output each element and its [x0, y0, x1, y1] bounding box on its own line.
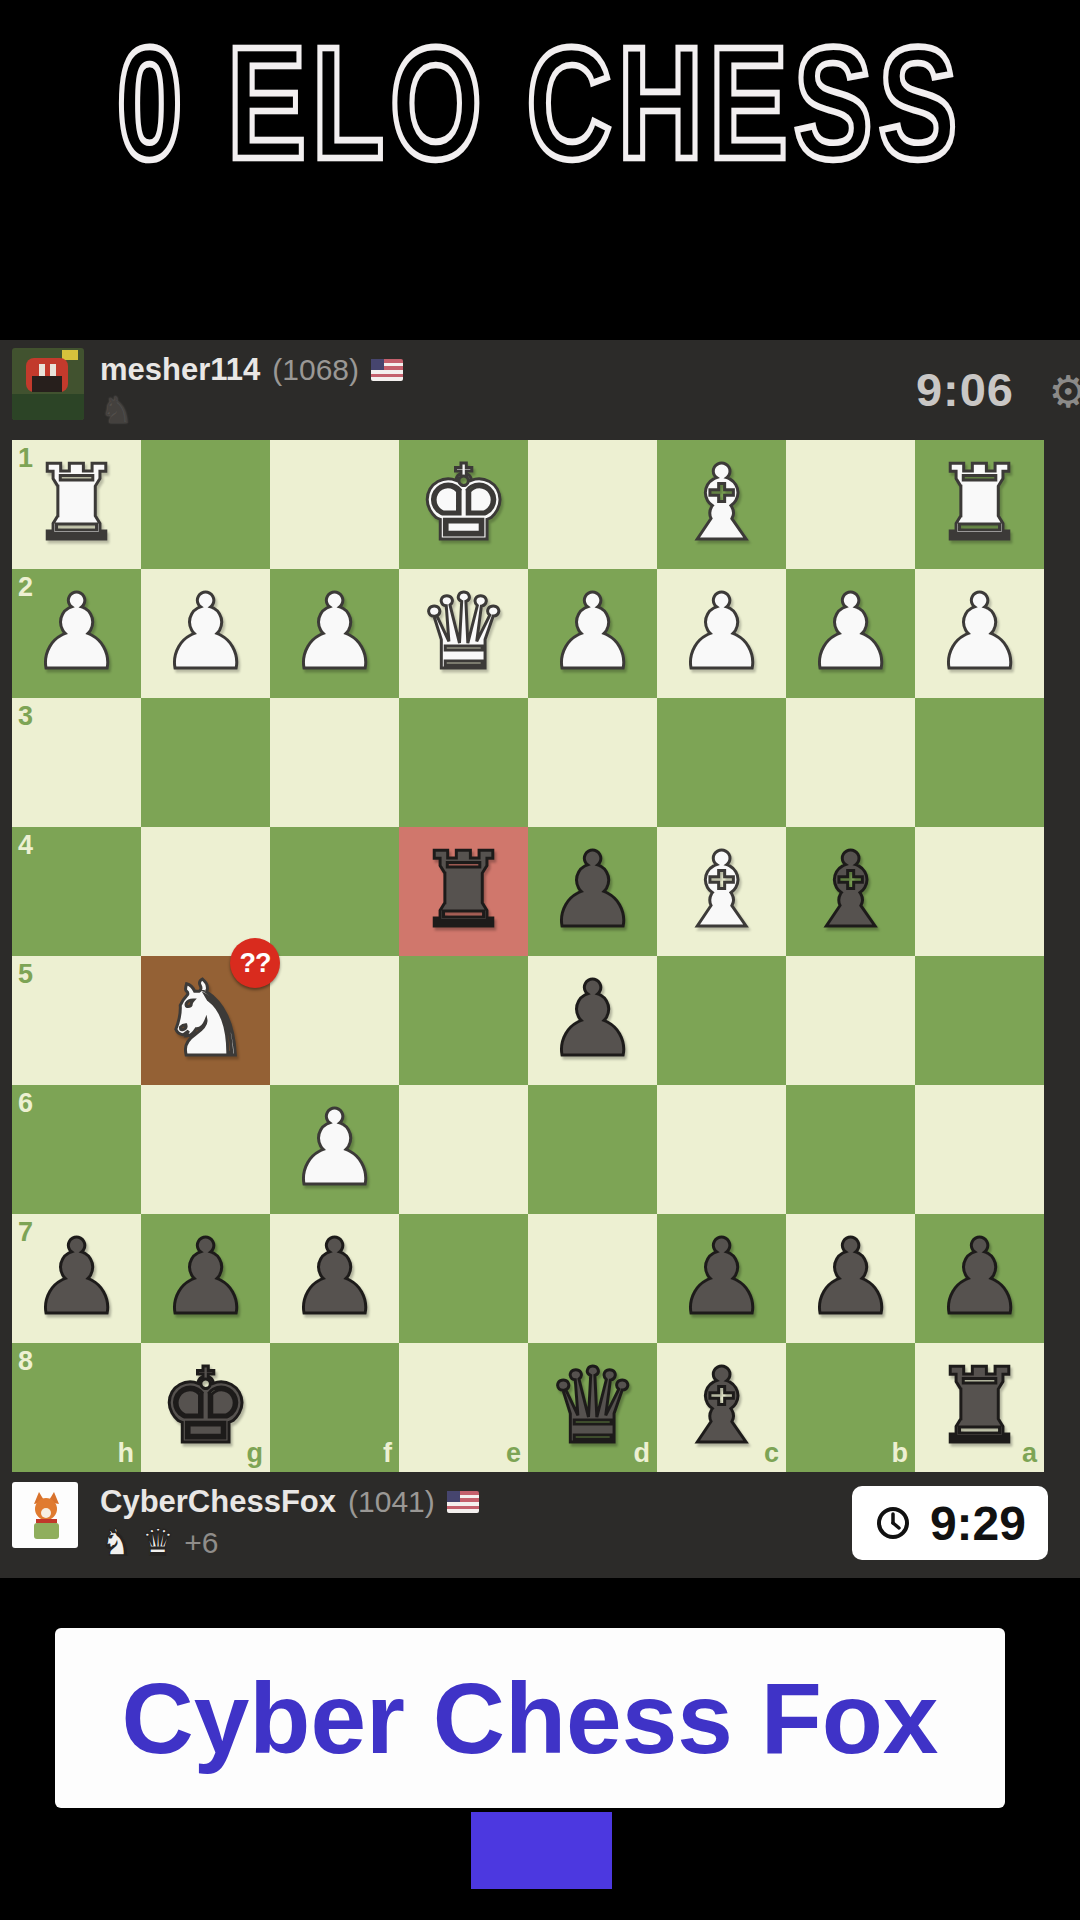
piece-bP-h7[interactable]: ♟ [12, 1214, 141, 1343]
square-d6[interactable] [528, 1085, 657, 1214]
square-a1[interactable]: ♜ [915, 440, 1044, 569]
square-h7[interactable]: 7♟ [12, 1214, 141, 1343]
piece-bR-e4[interactable]: ♜ [399, 827, 528, 956]
square-h1[interactable]: 1♜ [12, 440, 141, 569]
square-f6[interactable]: ♟ [270, 1085, 399, 1214]
square-e2[interactable]: ♛ [399, 569, 528, 698]
material-advantage: +6 [184, 1526, 218, 1560]
bottom-captured-pieces: ♞ ♛ +6 [100, 1522, 479, 1564]
square-g5[interactable]: ♞?? [141, 956, 270, 1085]
square-h5[interactable]: 5 [12, 956, 141, 1085]
square-a4[interactable] [915, 827, 1044, 956]
bottom-player-clock: 9:29 [852, 1486, 1048, 1560]
square-e4[interactable]: ♜ [399, 827, 528, 956]
piece-wP-g2[interactable]: ♟ [141, 569, 270, 698]
file-label-f: f [383, 1438, 392, 1469]
piece-bB-c8[interactable]: ♝ [657, 1343, 786, 1472]
piece-bP-d4[interactable]: ♟ [528, 827, 657, 956]
file-label-g: g [247, 1438, 264, 1469]
rank-label-1: 1 [18, 443, 33, 474]
square-e5[interactable] [399, 956, 528, 1085]
square-b3[interactable] [786, 698, 915, 827]
channel-banner: Cyber Chess Fox [55, 1628, 1005, 1808]
square-g6[interactable] [141, 1085, 270, 1214]
square-a6[interactable] [915, 1085, 1044, 1214]
square-d3[interactable] [528, 698, 657, 827]
piece-bP-b7[interactable]: ♟ [786, 1214, 915, 1343]
square-c7[interactable]: ♟ [657, 1214, 786, 1343]
piece-wK-e1[interactable]: ♚ [399, 440, 528, 569]
top-captured-pieces: ♞ [100, 390, 403, 432]
square-h4[interactable]: 4 [12, 827, 141, 956]
square-h8[interactable]: 8h [12, 1343, 141, 1472]
square-f1[interactable] [270, 440, 399, 569]
square-g1[interactable] [141, 440, 270, 569]
square-e7[interactable] [399, 1214, 528, 1343]
blunder-badge: ?? [230, 938, 280, 988]
square-d7[interactable] [528, 1214, 657, 1343]
square-a3[interactable] [915, 698, 1044, 827]
file-label-e: e [506, 1438, 521, 1469]
piece-bP-g7[interactable]: ♟ [141, 1214, 270, 1343]
square-h3[interactable]: 3 [12, 698, 141, 827]
square-h2[interactable]: 2♟ [12, 569, 141, 698]
rank-label-7: 7 [18, 1217, 33, 1248]
bottom-player-avatar[interactable] [12, 1482, 78, 1548]
square-a8[interactable]: a♜ [915, 1343, 1044, 1472]
square-a2[interactable]: ♟ [915, 569, 1044, 698]
square-g4[interactable] [141, 827, 270, 956]
chess-board: 1♜♚♝♜2♟♟♟♛♟♟♟♟34♜♟♝♝5♞??♟6♟7♟♟♟♟♟♟8hg♚fe… [12, 440, 1044, 1472]
bottom-player-info: CyberChessFox (1041) ♞ ♛ +6 [100, 1484, 479, 1564]
square-e6[interactable] [399, 1085, 528, 1214]
square-c3[interactable] [657, 698, 786, 827]
square-g7[interactable]: ♟ [141, 1214, 270, 1343]
top-player-rating: (1068) [272, 353, 359, 387]
square-g3[interactable] [141, 698, 270, 827]
piece-wQ-e2[interactable]: ♛ [399, 569, 528, 698]
piece-wB-c1[interactable]: ♝ [657, 440, 786, 569]
rank-label-6: 6 [18, 1088, 33, 1119]
piece-bR-a8[interactable]: ♜ [915, 1343, 1044, 1472]
square-f2[interactable]: ♟ [270, 569, 399, 698]
square-f3[interactable] [270, 698, 399, 827]
square-g2[interactable]: ♟ [141, 569, 270, 698]
square-a7[interactable]: ♟ [915, 1214, 1044, 1343]
bottom-player-bar: CyberChessFox (1041) ♞ ♛ +6 9:29 [0, 1472, 1080, 1578]
square-b2[interactable]: ♟ [786, 569, 915, 698]
square-f4[interactable] [270, 827, 399, 956]
channel-name: Cyber Chess Fox [122, 1661, 939, 1776]
square-c2[interactable]: ♟ [657, 569, 786, 698]
square-e1[interactable]: ♚ [399, 440, 528, 569]
file-label-h: h [118, 1438, 135, 1469]
piece-wP-h2[interactable]: ♟ [12, 569, 141, 698]
square-d5[interactable]: ♟ [528, 956, 657, 1085]
piece-bQ-d8[interactable]: ♛ [528, 1343, 657, 1472]
top-player-bar: mesher114 (1068) ♞ 9:06 ⚙ [0, 340, 1080, 440]
file-label-d: d [634, 1438, 651, 1469]
avatar-image [12, 348, 84, 420]
bottom-player-rating: (1041) [348, 1485, 435, 1519]
piece-wP-d2[interactable]: ♟ [528, 569, 657, 698]
piece-wP-b2[interactable]: ♟ [786, 569, 915, 698]
piece-wP-a2[interactable]: ♟ [915, 569, 1044, 698]
us-flag-icon [371, 359, 403, 381]
square-h6[interactable]: 6 [12, 1085, 141, 1214]
us-flag-icon [447, 1491, 479, 1513]
bottom-clock-time: 9:29 [930, 1496, 1026, 1551]
square-d1[interactable] [528, 440, 657, 569]
piece-wP-f2[interactable]: ♟ [270, 569, 399, 698]
video-title: 0 ELO CHESS [0, 18, 1080, 188]
rank-label-8: 8 [18, 1346, 33, 1377]
top-player-avatar[interactable] [12, 348, 84, 420]
square-e8[interactable]: e [399, 1343, 528, 1472]
top-player-name[interactable]: mesher114 [100, 352, 260, 388]
square-b5[interactable] [786, 956, 915, 1085]
piece-wR-h1[interactable]: ♜ [12, 440, 141, 569]
square-c6[interactable] [657, 1085, 786, 1214]
file-label-c: c [764, 1438, 779, 1469]
square-a5[interactable] [915, 956, 1044, 1085]
piece-bP-a7[interactable]: ♟ [915, 1214, 1044, 1343]
bottom-player-name[interactable]: CyberChessFox [100, 1484, 336, 1520]
piece-wR-a1[interactable]: ♜ [915, 440, 1044, 569]
square-b8[interactable]: b [786, 1343, 915, 1472]
piece-bP-d5[interactable]: ♟ [528, 956, 657, 1085]
square-f5[interactable] [270, 956, 399, 1085]
square-d4[interactable]: ♟ [528, 827, 657, 956]
square-c8[interactable]: c♝ [657, 1343, 786, 1472]
rank-label-5: 5 [18, 959, 33, 990]
captured-knight-icon: ♞ [100, 391, 133, 431]
square-b4[interactable]: ♝ [786, 827, 915, 956]
chess-game-panel: mesher114 (1068) ♞ 9:06 ⚙ 1♜♚♝♜2♟♟♟♛♟♟♟♟… [0, 340, 1080, 1578]
piece-wP-f6[interactable]: ♟ [270, 1085, 399, 1214]
piece-wB-c4[interactable]: ♝ [657, 827, 786, 956]
captured-queen-icon: ♛ [141, 1523, 174, 1563]
file-label-b: b [892, 1438, 909, 1469]
piece-bK-g8[interactable]: ♚ [141, 1343, 270, 1472]
square-f8[interactable]: f [270, 1343, 399, 1472]
square-c5[interactable] [657, 956, 786, 1085]
square-b6[interactable] [786, 1085, 915, 1214]
rank-label-2: 2 [18, 572, 33, 603]
square-b1[interactable] [786, 440, 915, 569]
file-label-a: a [1022, 1438, 1037, 1469]
square-c4[interactable]: ♝ [657, 827, 786, 956]
top-player-clock: 9:06 [916, 362, 1014, 417]
rank-label-4: 4 [18, 830, 33, 861]
square-g8[interactable]: g♚ [141, 1343, 270, 1472]
square-b7[interactable]: ♟ [786, 1214, 915, 1343]
rank-label-3: 3 [18, 701, 33, 732]
avatar-image [12, 1482, 78, 1548]
square-c1[interactable]: ♝ [657, 440, 786, 569]
captured-knight-icon: ♞ [100, 1523, 133, 1563]
square-d8[interactable]: d♛ [528, 1343, 657, 1472]
square-e3[interactable] [399, 698, 528, 827]
piece-bP-f7[interactable]: ♟ [270, 1214, 399, 1343]
blue-accent-rectangle [471, 1812, 612, 1889]
piece-wP-c2[interactable]: ♟ [657, 569, 786, 698]
piece-bB-b4[interactable]: ♝ [786, 827, 915, 956]
gear-icon[interactable]: ⚙ [1049, 366, 1080, 417]
square-d2[interactable]: ♟ [528, 569, 657, 698]
piece-bP-c7[interactable]: ♟ [657, 1214, 786, 1343]
title-text: 0 ELO CHESS [117, 11, 963, 195]
square-f7[interactable]: ♟ [270, 1214, 399, 1343]
top-player-info: mesher114 (1068) ♞ [100, 352, 403, 432]
clock-icon [874, 1504, 912, 1542]
